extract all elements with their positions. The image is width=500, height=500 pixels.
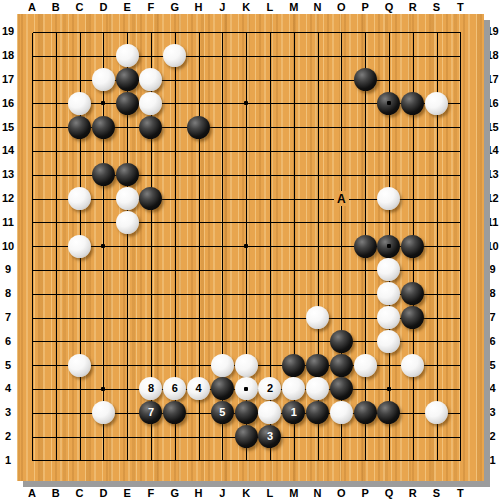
point-F17[interactable] (139, 68, 163, 92)
point-O16[interactable] (329, 91, 353, 115)
point-F19[interactable] (139, 20, 163, 44)
point-F3[interactable]: 7 (139, 401, 163, 425)
point-H19[interactable] (187, 20, 211, 44)
point-A14[interactable] (20, 139, 44, 163)
point-N5[interactable] (306, 353, 330, 377)
point-Q11[interactable] (377, 210, 401, 234)
point-O3[interactable] (329, 401, 353, 425)
point-M16[interactable] (282, 91, 306, 115)
point-J10[interactable] (210, 234, 234, 258)
point-T19[interactable] (448, 20, 472, 44)
point-F16[interactable] (139, 91, 163, 115)
point-F6[interactable] (139, 329, 163, 353)
point-K3[interactable] (234, 401, 258, 425)
point-E18[interactable] (115, 44, 139, 68)
point-J9[interactable] (210, 258, 234, 282)
point-O2[interactable] (329, 425, 353, 449)
point-B18[interactable] (44, 44, 68, 68)
point-O7[interactable] (329, 306, 353, 330)
point-L7[interactable] (258, 306, 282, 330)
point-M14[interactable] (282, 139, 306, 163)
point-L13[interactable] (258, 163, 282, 187)
point-P18[interactable] (353, 44, 377, 68)
point-M9[interactable] (282, 258, 306, 282)
point-P10[interactable] (353, 234, 377, 258)
point-D19[interactable] (91, 20, 115, 44)
point-J14[interactable] (210, 139, 234, 163)
point-R7[interactable] (401, 306, 425, 330)
point-C13[interactable] (68, 163, 92, 187)
point-B1[interactable] (44, 448, 68, 472)
point-O5[interactable] (329, 353, 353, 377)
point-L11[interactable] (258, 210, 282, 234)
point-N11[interactable] (306, 210, 330, 234)
point-A18[interactable] (20, 44, 44, 68)
point-R18[interactable] (401, 44, 425, 68)
point-G13[interactable] (163, 163, 187, 187)
point-G8[interactable] (163, 282, 187, 306)
point-J7[interactable] (210, 306, 234, 330)
point-P2[interactable] (353, 425, 377, 449)
point-B19[interactable] (44, 20, 68, 44)
point-Q12[interactable] (377, 187, 401, 211)
point-J15[interactable] (210, 115, 234, 139)
point-N18[interactable] (306, 44, 330, 68)
point-T14[interactable] (448, 139, 472, 163)
point-P19[interactable] (353, 20, 377, 44)
point-S9[interactable] (425, 258, 449, 282)
point-Q18[interactable] (377, 44, 401, 68)
point-T4[interactable] (448, 377, 472, 401)
point-K2[interactable] (234, 425, 258, 449)
point-S15[interactable] (425, 115, 449, 139)
point-R13[interactable] (401, 163, 425, 187)
point-Q1[interactable] (377, 448, 401, 472)
point-A15[interactable] (20, 115, 44, 139)
point-J11[interactable] (210, 210, 234, 234)
point-G16[interactable] (163, 91, 187, 115)
point-J16[interactable] (210, 91, 234, 115)
point-F13[interactable] (139, 163, 163, 187)
point-A9[interactable] (20, 258, 44, 282)
point-G5[interactable] (163, 353, 187, 377)
point-D6[interactable] (91, 329, 115, 353)
point-B15[interactable] (44, 115, 68, 139)
point-F8[interactable] (139, 282, 163, 306)
point-D18[interactable] (91, 44, 115, 68)
point-O12[interactable]: A (329, 187, 353, 211)
point-B8[interactable] (44, 282, 68, 306)
point-K13[interactable] (234, 163, 258, 187)
point-G9[interactable] (163, 258, 187, 282)
point-G3[interactable] (163, 401, 187, 425)
point-M6[interactable] (282, 329, 306, 353)
point-N19[interactable] (306, 20, 330, 44)
point-D9[interactable] (91, 258, 115, 282)
point-D5[interactable] (91, 353, 115, 377)
point-E16[interactable] (115, 91, 139, 115)
point-J2[interactable] (210, 425, 234, 449)
point-H14[interactable] (187, 139, 211, 163)
point-P15[interactable] (353, 115, 377, 139)
point-L17[interactable] (258, 68, 282, 92)
point-B14[interactable] (44, 139, 68, 163)
point-P5[interactable] (353, 353, 377, 377)
point-S4[interactable] (425, 377, 449, 401)
point-D15[interactable] (91, 115, 115, 139)
point-T7[interactable] (448, 306, 472, 330)
point-E19[interactable] (115, 20, 139, 44)
point-T2[interactable] (448, 425, 472, 449)
point-D7[interactable] (91, 306, 115, 330)
point-O1[interactable] (329, 448, 353, 472)
point-C18[interactable] (68, 44, 92, 68)
point-C12[interactable] (68, 187, 92, 211)
point-Q19[interactable] (377, 20, 401, 44)
point-N2[interactable] (306, 425, 330, 449)
point-B17[interactable] (44, 68, 68, 92)
point-T18[interactable] (448, 44, 472, 68)
point-T13[interactable] (448, 163, 472, 187)
point-M7[interactable] (282, 306, 306, 330)
point-R5[interactable] (401, 353, 425, 377)
point-D2[interactable] (91, 425, 115, 449)
point-S2[interactable] (425, 425, 449, 449)
point-L2[interactable]: 3 (258, 425, 282, 449)
point-N16[interactable] (306, 91, 330, 115)
point-G17[interactable] (163, 68, 187, 92)
point-M10[interactable] (282, 234, 306, 258)
point-M17[interactable] (282, 68, 306, 92)
point-R19[interactable] (401, 20, 425, 44)
point-K9[interactable] (234, 258, 258, 282)
point-G19[interactable] (163, 20, 187, 44)
point-B9[interactable] (44, 258, 68, 282)
point-C1[interactable] (68, 448, 92, 472)
point-A11[interactable] (20, 210, 44, 234)
point-L15[interactable] (258, 115, 282, 139)
point-N10[interactable] (306, 234, 330, 258)
point-C14[interactable] (68, 139, 92, 163)
point-T15[interactable] (448, 115, 472, 139)
point-Q17[interactable] (377, 68, 401, 92)
point-E2[interactable] (115, 425, 139, 449)
point-N1[interactable] (306, 448, 330, 472)
point-S11[interactable] (425, 210, 449, 234)
point-B10[interactable] (44, 234, 68, 258)
point-K12[interactable] (234, 187, 258, 211)
point-D12[interactable] (91, 187, 115, 211)
point-H5[interactable] (187, 353, 211, 377)
point-P6[interactable] (353, 329, 377, 353)
point-Q7[interactable] (377, 306, 401, 330)
point-P1[interactable] (353, 448, 377, 472)
point-A10[interactable] (20, 234, 44, 258)
point-S17[interactable] (425, 68, 449, 92)
point-N17[interactable] (306, 68, 330, 92)
point-G12[interactable] (163, 187, 187, 211)
point-L4[interactable]: 2 (258, 377, 282, 401)
point-E6[interactable] (115, 329, 139, 353)
point-K15[interactable] (234, 115, 258, 139)
point-F9[interactable] (139, 258, 163, 282)
point-D3[interactable] (91, 401, 115, 425)
point-O10[interactable] (329, 234, 353, 258)
point-L10[interactable] (258, 234, 282, 258)
point-R15[interactable] (401, 115, 425, 139)
point-K19[interactable] (234, 20, 258, 44)
point-E12[interactable] (115, 187, 139, 211)
point-J4[interactable] (210, 377, 234, 401)
point-M5[interactable] (282, 353, 306, 377)
point-T11[interactable] (448, 210, 472, 234)
point-F1[interactable] (139, 448, 163, 472)
point-H2[interactable] (187, 425, 211, 449)
point-P7[interactable] (353, 306, 377, 330)
point-B5[interactable] (44, 353, 68, 377)
point-S7[interactable] (425, 306, 449, 330)
point-S13[interactable] (425, 163, 449, 187)
point-O17[interactable] (329, 68, 353, 92)
point-A2[interactable] (20, 425, 44, 449)
point-G10[interactable] (163, 234, 187, 258)
point-L12[interactable] (258, 187, 282, 211)
point-F7[interactable] (139, 306, 163, 330)
point-A8[interactable] (20, 282, 44, 306)
point-A4[interactable] (20, 377, 44, 401)
point-C5[interactable] (68, 353, 92, 377)
point-S6[interactable] (425, 329, 449, 353)
point-A3[interactable] (20, 401, 44, 425)
point-J13[interactable] (210, 163, 234, 187)
point-R17[interactable] (401, 68, 425, 92)
point-C2[interactable] (68, 425, 92, 449)
point-J3[interactable]: 5 (210, 401, 234, 425)
point-E5[interactable] (115, 353, 139, 377)
point-B12[interactable] (44, 187, 68, 211)
point-D14[interactable] (91, 139, 115, 163)
point-P12[interactable] (353, 187, 377, 211)
point-R8[interactable] (401, 282, 425, 306)
point-R14[interactable] (401, 139, 425, 163)
point-H1[interactable] (187, 448, 211, 472)
point-A12[interactable] (20, 187, 44, 211)
point-M13[interactable] (282, 163, 306, 187)
point-Q2[interactable] (377, 425, 401, 449)
point-E14[interactable] (115, 139, 139, 163)
point-E8[interactable] (115, 282, 139, 306)
point-N14[interactable] (306, 139, 330, 163)
point-B11[interactable] (44, 210, 68, 234)
point-E17[interactable] (115, 68, 139, 92)
point-G7[interactable] (163, 306, 187, 330)
point-P17[interactable] (353, 68, 377, 92)
point-H13[interactable] (187, 163, 211, 187)
point-J5[interactable] (210, 353, 234, 377)
point-P8[interactable] (353, 282, 377, 306)
point-J19[interactable] (210, 20, 234, 44)
point-Q8[interactable] (377, 282, 401, 306)
point-B7[interactable] (44, 306, 68, 330)
point-A13[interactable] (20, 163, 44, 187)
point-C8[interactable] (68, 282, 92, 306)
point-G2[interactable] (163, 425, 187, 449)
point-Q14[interactable] (377, 139, 401, 163)
point-T9[interactable] (448, 258, 472, 282)
point-T8[interactable] (448, 282, 472, 306)
point-D11[interactable] (91, 210, 115, 234)
point-N4[interactable] (306, 377, 330, 401)
point-B6[interactable] (44, 329, 68, 353)
point-O13[interactable] (329, 163, 353, 187)
point-F14[interactable] (139, 139, 163, 163)
point-G4[interactable]: 6 (163, 377, 187, 401)
point-R9[interactable] (401, 258, 425, 282)
point-E7[interactable] (115, 306, 139, 330)
point-K5[interactable] (234, 353, 258, 377)
point-F18[interactable] (139, 44, 163, 68)
point-P14[interactable] (353, 139, 377, 163)
point-A17[interactable] (20, 68, 44, 92)
point-A19[interactable] (20, 20, 44, 44)
point-H6[interactable] (187, 329, 211, 353)
point-K8[interactable] (234, 282, 258, 306)
point-N7[interactable] (306, 306, 330, 330)
point-S5[interactable] (425, 353, 449, 377)
point-S14[interactable] (425, 139, 449, 163)
point-H4[interactable]: 4 (187, 377, 211, 401)
point-P4[interactable] (353, 377, 377, 401)
point-K14[interactable] (234, 139, 258, 163)
point-H10[interactable] (187, 234, 211, 258)
point-M2[interactable] (282, 425, 306, 449)
point-G15[interactable] (163, 115, 187, 139)
point-F15[interactable] (139, 115, 163, 139)
point-E11[interactable] (115, 210, 139, 234)
point-R2[interactable] (401, 425, 425, 449)
point-R11[interactable] (401, 210, 425, 234)
point-R3[interactable] (401, 401, 425, 425)
point-N8[interactable] (306, 282, 330, 306)
point-E13[interactable] (115, 163, 139, 187)
point-P11[interactable] (353, 210, 377, 234)
point-K7[interactable] (234, 306, 258, 330)
point-J6[interactable] (210, 329, 234, 353)
point-H7[interactable] (187, 306, 211, 330)
point-C3[interactable] (68, 401, 92, 425)
point-O8[interactable] (329, 282, 353, 306)
point-D1[interactable] (91, 448, 115, 472)
point-A1[interactable] (20, 448, 44, 472)
point-H15[interactable] (187, 115, 211, 139)
point-C4[interactable] (68, 377, 92, 401)
point-S12[interactable] (425, 187, 449, 211)
point-M8[interactable] (282, 282, 306, 306)
point-H16[interactable] (187, 91, 211, 115)
point-N9[interactable] (306, 258, 330, 282)
point-J18[interactable] (210, 44, 234, 68)
point-Q5[interactable] (377, 353, 401, 377)
point-S3[interactable] (425, 401, 449, 425)
point-N12[interactable] (306, 187, 330, 211)
point-D8[interactable] (91, 282, 115, 306)
point-C7[interactable] (68, 306, 92, 330)
point-D17[interactable] (91, 68, 115, 92)
point-K6[interactable] (234, 329, 258, 353)
point-Q13[interactable] (377, 163, 401, 187)
point-L8[interactable] (258, 282, 282, 306)
point-B16[interactable] (44, 91, 68, 115)
point-C11[interactable] (68, 210, 92, 234)
point-Q9[interactable] (377, 258, 401, 282)
point-H3[interactable] (187, 401, 211, 425)
point-G11[interactable] (163, 210, 187, 234)
point-G18[interactable] (163, 44, 187, 68)
point-G6[interactable] (163, 329, 187, 353)
point-L14[interactable] (258, 139, 282, 163)
point-C9[interactable] (68, 258, 92, 282)
point-N15[interactable] (306, 115, 330, 139)
point-C15[interactable] (68, 115, 92, 139)
point-S19[interactable] (425, 20, 449, 44)
point-H8[interactable] (187, 282, 211, 306)
point-N6[interactable] (306, 329, 330, 353)
point-S16[interactable] (425, 91, 449, 115)
point-J12[interactable] (210, 187, 234, 211)
point-R10[interactable] (401, 234, 425, 258)
point-J17[interactable] (210, 68, 234, 92)
point-Q3[interactable] (377, 401, 401, 425)
point-A7[interactable] (20, 306, 44, 330)
point-F12[interactable] (139, 187, 163, 211)
point-L9[interactable] (258, 258, 282, 282)
point-K11[interactable] (234, 210, 258, 234)
point-L19[interactable] (258, 20, 282, 44)
point-M11[interactable] (282, 210, 306, 234)
point-P13[interactable] (353, 163, 377, 187)
point-J1[interactable] (210, 448, 234, 472)
point-T6[interactable] (448, 329, 472, 353)
point-R16[interactable] (401, 91, 425, 115)
point-L3[interactable] (258, 401, 282, 425)
point-M12[interactable] (282, 187, 306, 211)
point-K17[interactable] (234, 68, 258, 92)
point-H12[interactable] (187, 187, 211, 211)
point-C16[interactable] (68, 91, 92, 115)
point-E10[interactable] (115, 234, 139, 258)
point-C6[interactable] (68, 329, 92, 353)
point-D13[interactable] (91, 163, 115, 187)
point-O6[interactable] (329, 329, 353, 353)
point-T10[interactable] (448, 234, 472, 258)
point-M18[interactable] (282, 44, 306, 68)
point-H17[interactable] (187, 68, 211, 92)
point-T17[interactable] (448, 68, 472, 92)
point-A6[interactable] (20, 329, 44, 353)
point-K18[interactable] (234, 44, 258, 68)
point-L5[interactable] (258, 353, 282, 377)
point-E15[interactable] (115, 115, 139, 139)
point-O14[interactable] (329, 139, 353, 163)
point-N13[interactable] (306, 163, 330, 187)
point-K1[interactable] (234, 448, 258, 472)
point-O15[interactable] (329, 115, 353, 139)
point-A5[interactable] (20, 353, 44, 377)
point-T1[interactable] (448, 448, 472, 472)
point-F11[interactable] (139, 210, 163, 234)
point-T16[interactable] (448, 91, 472, 115)
point-B13[interactable] (44, 163, 68, 187)
